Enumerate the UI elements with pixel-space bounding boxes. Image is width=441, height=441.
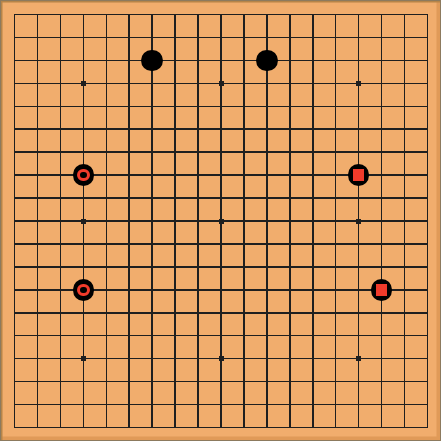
star-point bbox=[81, 219, 86, 224]
grid-line-vertical bbox=[312, 14, 314, 429]
star-point bbox=[81, 356, 86, 361]
grid-line-vertical bbox=[289, 14, 291, 429]
grid-line-vertical bbox=[381, 14, 383, 429]
grid-line-vertical bbox=[427, 14, 429, 429]
red-circle-marker-icon bbox=[77, 284, 90, 297]
grid-line-vertical bbox=[335, 14, 337, 429]
star-point bbox=[81, 81, 86, 86]
grid-line-vertical bbox=[404, 14, 406, 429]
star-point bbox=[356, 219, 361, 224]
marked-black-stone-d7[interactable] bbox=[73, 279, 95, 301]
grid-line-vertical bbox=[243, 14, 245, 429]
marked-black-stone-d12[interactable] bbox=[73, 164, 95, 186]
marked-black-stone-r7[interactable] bbox=[371, 279, 393, 301]
grid-line-horizontal bbox=[14, 266, 429, 268]
grid-line-horizontal bbox=[14, 381, 429, 383]
red-square-marker-icon bbox=[353, 169, 365, 181]
grid-line-horizontal bbox=[14, 243, 429, 245]
star-point bbox=[219, 356, 224, 361]
star-point bbox=[219, 81, 224, 86]
grid-line-horizontal bbox=[14, 404, 429, 406]
go-board[interactable] bbox=[0, 0, 441, 441]
grid-line-horizontal bbox=[14, 335, 429, 337]
black-stone-m17[interactable] bbox=[256, 50, 278, 72]
star-point bbox=[219, 219, 224, 224]
grid-line-horizontal bbox=[14, 427, 429, 429]
red-square-marker-icon bbox=[376, 284, 388, 296]
star-point bbox=[356, 356, 361, 361]
black-stone-g17[interactable] bbox=[141, 50, 163, 72]
grid-line-horizontal bbox=[14, 312, 429, 314]
star-point bbox=[356, 81, 361, 86]
red-circle-marker-icon bbox=[77, 169, 90, 182]
grid-line-vertical bbox=[266, 14, 268, 429]
marked-black-stone-q12[interactable] bbox=[348, 164, 370, 186]
